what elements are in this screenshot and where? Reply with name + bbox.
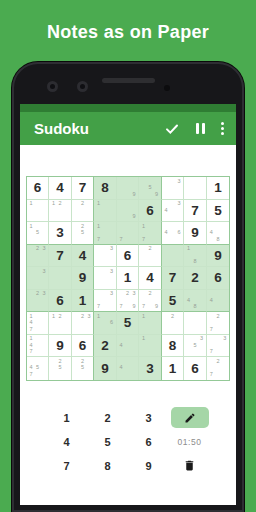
sudoku-cell-r9c7[interactable]: 1 — [162, 357, 185, 380]
cell-notes: 9 — [118, 201, 138, 221]
cell-notes: 48 — [185, 291, 205, 311]
cell-value: 5 — [169, 294, 177, 308]
note-9: 9 — [153, 191, 160, 198]
cell-notes: 12 — [50, 313, 70, 333]
app-title: Sudoku — [34, 120, 164, 137]
note-9 — [86, 326, 93, 333]
note-9 — [221, 349, 228, 356]
sudoku-board: 6478959311122196347515325177174694823743… — [26, 176, 231, 381]
sudoku-cell-r2c5[interactable]: 9 — [117, 200, 140, 223]
sudoku-cell-r6c7[interactable]: 5 — [162, 290, 185, 313]
note-9 — [41, 281, 48, 288]
sudoku-cell-r1c1[interactable]: 6 — [27, 177, 50, 200]
sudoku-cell-r9c2[interactable]: 25 — [49, 357, 72, 380]
note-9 — [131, 349, 138, 356]
sudoku-cell-r2c1[interactable]: 1 — [27, 200, 50, 223]
cell-value: 3 — [146, 362, 154, 376]
cell-value: 7 — [169, 271, 177, 285]
sudoku-cell-r2c8[interactable]: 7 — [184, 200, 207, 223]
cell-value: 6 — [79, 339, 87, 353]
cell-value: 6 — [34, 181, 42, 195]
note-3 — [63, 358, 70, 365]
sudoku-cell-r5c4[interactable]: 3 — [94, 267, 117, 290]
cell-value: 9 — [101, 362, 109, 376]
sudoku-cell-r1c2[interactable]: 4 — [49, 177, 72, 200]
cell-notes: 35 — [185, 336, 205, 356]
cell-notes: 17 — [140, 223, 160, 243]
phone-frame: Sudoku 647895931112219634751532517717469… — [12, 62, 244, 512]
cell-notes: 15 — [28, 223, 48, 243]
pencil-button[interactable] — [171, 407, 209, 428]
sudoku-cell-r6c8[interactable]: 48 — [184, 290, 207, 313]
trash-icon — [183, 459, 196, 472]
sudoku-cell-r4c9[interactable]: 9 — [207, 245, 230, 268]
note-9 — [86, 236, 93, 243]
sudoku-cell-r6c4[interactable]: 37 — [94, 290, 117, 313]
sudoku-cell-r9c5[interactable]: 4 — [117, 357, 140, 380]
timer: 01:50 — [178, 437, 202, 447]
note-9 — [108, 259, 115, 266]
pencil-icon — [184, 412, 196, 424]
sudoku-cell-r2c6[interactable]: 6 — [139, 200, 162, 223]
cell-notes: 48 — [208, 223, 229, 243]
cell-notes: 2 — [73, 201, 93, 221]
status-bar — [20, 104, 236, 112]
cell-notes: 1 — [140, 336, 160, 356]
sudoku-cell-r3c9[interactable]: 48 — [207, 222, 230, 245]
note-9 — [41, 236, 48, 243]
note-9 — [176, 214, 183, 221]
cell-value: 8 — [169, 339, 177, 353]
cell-notes: 279 — [140, 291, 160, 311]
sudoku-cell-r7c7[interactable]: 2 — [162, 312, 185, 335]
note-9 — [198, 304, 205, 311]
note-9 — [63, 372, 70, 379]
cell-notes: 18 — [185, 246, 205, 266]
sudoku-cell-r8c6[interactable]: 1 — [139, 335, 162, 358]
sudoku-cell-r4c8[interactable]: 18 — [184, 245, 207, 268]
note-9 — [198, 349, 205, 356]
note-9 — [41, 326, 48, 333]
cell-value: 8 — [101, 181, 109, 195]
sudoku-cell-r7c1[interactable]: 147 — [27, 312, 50, 335]
note-9 — [131, 372, 138, 379]
app-bar: Sudoku — [20, 112, 236, 145]
cell-value: 9 — [79, 271, 87, 285]
sudoku-cell-r8c5[interactable]: 4 — [117, 335, 140, 358]
front-camera2-icon — [77, 81, 88, 92]
page-title: Notes as on Paper — [0, 22, 256, 43]
note-9 — [176, 236, 183, 243]
note-8 — [215, 304, 222, 311]
numpad-digit-5[interactable]: 5 — [87, 430, 128, 454]
note-5 — [215, 365, 222, 372]
numpad-digit-1[interactable]: 1 — [46, 406, 87, 430]
sudoku-cell-r7c8[interactable] — [184, 312, 207, 335]
sudoku-cell-r2c4[interactable]: 1 — [94, 200, 117, 223]
note-9 — [176, 191, 183, 198]
note-6 — [41, 365, 48, 372]
cell-notes: 12 — [50, 201, 70, 221]
sudoku-cell-r2c3[interactable]: 2 — [72, 200, 95, 223]
sudoku-cell-r2c7[interactable]: 34 — [162, 200, 185, 223]
note-9 — [221, 372, 228, 379]
cell-notes: 25 — [73, 358, 93, 379]
note-6 — [131, 365, 138, 372]
sudoku-cell-r4c7[interactable] — [162, 245, 185, 268]
sudoku-cell-r6c6[interactable]: 279 — [139, 290, 162, 313]
earpiece-speaker — [102, 78, 155, 83]
cell-notes: 23 — [73, 313, 93, 333]
app-screen: Sudoku 647895931112219634751532517717469… — [20, 104, 236, 505]
cell-notes: 23 — [28, 291, 48, 311]
cell-value: 4 — [146, 271, 154, 285]
note-9 — [41, 372, 48, 379]
note-9 — [198, 259, 205, 266]
note-3 — [131, 358, 138, 365]
note-9 — [108, 304, 115, 311]
note-6 — [86, 365, 93, 372]
sudoku-cell-r3c1[interactable]: 15 — [27, 222, 50, 245]
cell-notes: 2379 — [118, 291, 138, 311]
note-9: 9 — [153, 304, 160, 311]
note-9 — [41, 304, 48, 311]
cell-value: 5 — [214, 204, 222, 218]
cell-notes: 1 — [28, 201, 48, 221]
sudoku-cell-r3c7[interactable]: 46 — [162, 222, 185, 245]
sudoku-cell-r4c5[interactable]: 6 — [117, 245, 140, 268]
cell-value: 6 — [124, 249, 132, 263]
cell-value: 6 — [146, 204, 154, 218]
cell-notes: 3 — [28, 268, 48, 288]
note-8 — [215, 372, 222, 379]
numpad-digit-3[interactable]: 3 — [128, 406, 169, 430]
cell-value: 2 — [191, 271, 199, 285]
check-icon[interactable] — [164, 121, 180, 137]
cell-value: 6 — [191, 362, 199, 376]
sudoku-cell-r5c5[interactable]: 1 — [117, 267, 140, 290]
sudoku-cell-r9c3[interactable]: 25 — [72, 357, 95, 380]
sudoku-cell-r5c2[interactable] — [49, 267, 72, 290]
overflow-menu-icon[interactable] — [221, 122, 224, 135]
sudoku-cell-r5c1[interactable]: 3 — [27, 267, 50, 290]
note-9 — [63, 214, 70, 221]
sudoku-cell-r6c1[interactable]: 23 — [27, 290, 50, 313]
note-9 — [131, 236, 138, 243]
sudoku-cell-r2c9[interactable]: 5 — [207, 200, 230, 223]
sudoku-cell-r1c8[interactable] — [184, 177, 207, 200]
sudoku-cell-r7c6[interactable]: 1 — [139, 312, 162, 335]
cell-notes: 4 — [208, 291, 229, 311]
note-9 — [221, 304, 228, 311]
sudoku-cell-r9c8[interactable]: 6 — [184, 357, 207, 380]
number-pad: 01:50 123456789 — [46, 406, 236, 478]
sudoku-cell-r6c2[interactable]: 6 — [49, 290, 72, 313]
sudoku-cell-r8c4[interactable]: 2 — [94, 335, 117, 358]
cell-value: 9 — [214, 249, 222, 263]
sudoku-cell-r8c1[interactable]: 147 — [27, 335, 50, 358]
note-8: 8 — [215, 236, 222, 243]
cell-notes: 37 — [95, 291, 115, 311]
note-7: 7 — [208, 372, 215, 379]
cell-notes: 147 — [28, 336, 48, 356]
cell-value: 2 — [101, 339, 109, 353]
sudoku-cell-r3c4[interactable]: 17 — [94, 222, 117, 245]
sudoku-cell-r3c6[interactable]: 17 — [139, 222, 162, 245]
note-9: 9 — [131, 214, 138, 221]
sudoku-cell-r8c3[interactable]: 6 — [72, 335, 95, 358]
cell-notes: 3 — [163, 178, 183, 198]
note-9 — [108, 236, 115, 243]
note-9 — [108, 326, 115, 333]
sudoku-cell-r6c3[interactable]: 1 — [72, 290, 95, 313]
cell-notes: 1 — [140, 313, 160, 333]
cell-notes: 4 — [118, 358, 138, 379]
sudoku-cell-r7c5[interactable]: 5 — [117, 312, 140, 335]
note-7: 7 — [208, 349, 215, 356]
note-9 — [221, 326, 228, 333]
sudoku-cell-r2c2[interactable]: 12 — [49, 200, 72, 223]
sudoku-cell-r5c6[interactable]: 4 — [139, 267, 162, 290]
trash-button[interactable] — [183, 459, 196, 472]
cell-notes: 25 — [50, 358, 70, 379]
sudoku-cell-r9c1[interactable]: 457 — [27, 357, 50, 380]
note-8 — [215, 326, 222, 333]
cell-notes: 25 — [73, 223, 93, 243]
sudoku-cell-r4c2[interactable]: 7 — [49, 245, 72, 268]
cell-notes: 23 — [28, 246, 48, 266]
sudoku-cell-r1c7[interactable]: 3 — [162, 177, 185, 200]
note-9 — [153, 349, 160, 356]
sudoku-cell-r7c9[interactable]: 27 — [207, 312, 230, 335]
sudoku-cell-r4c4[interactable]: 3 — [94, 245, 117, 268]
sudoku-cell-r7c2[interactable]: 12 — [49, 312, 72, 335]
cell-notes: 4 — [118, 336, 138, 356]
sudoku-cell-r5c3[interactable]: 9 — [72, 267, 95, 290]
note-9 — [153, 259, 160, 266]
sudoku-cell-r5c9[interactable]: 6 — [207, 267, 230, 290]
note-9: 9 — [131, 304, 138, 311]
note-9 — [63, 326, 70, 333]
cell-value: 4 — [79, 249, 87, 263]
note-9: 9 — [131, 191, 138, 198]
sudoku-cell-r4c3[interactable]: 4 — [72, 245, 95, 268]
note-9 — [108, 281, 115, 288]
cell-notes: 2 — [163, 313, 183, 333]
cell-value: 7 — [79, 181, 87, 195]
note-9 — [176, 326, 183, 333]
cell-notes: 3 — [95, 268, 115, 288]
front-camera-icon — [47, 81, 58, 92]
sudoku-cell-r5c7[interactable]: 7 — [162, 267, 185, 290]
note-9 — [86, 372, 93, 379]
note-9 — [41, 214, 48, 221]
numpad-digit-8[interactable]: 8 — [87, 454, 128, 478]
note-7: 7 — [208, 326, 215, 333]
cell-notes: 457 — [28, 358, 48, 379]
sudoku-cell-r9c4[interactable]: 9 — [94, 357, 117, 380]
note-6 — [221, 365, 228, 372]
cell-value: 4 — [56, 181, 64, 195]
cell-notes: 1 — [95, 201, 115, 221]
sudoku-cell-r9c9[interactable]: 27 — [207, 357, 230, 380]
cell-notes: 9 — [118, 178, 138, 198]
cell-value: 6 — [214, 271, 222, 285]
cell-value: 1 — [214, 181, 222, 195]
sudoku-cell-r8c8[interactable]: 35 — [184, 335, 207, 358]
numpad-digit-7[interactable]: 7 — [46, 454, 87, 478]
cell-value: 5 — [124, 316, 132, 330]
note-7 — [208, 304, 215, 311]
numpad-digit-2[interactable]: 2 — [87, 406, 128, 430]
sudoku-cell-r1c3[interactable]: 7 — [72, 177, 95, 200]
cell-notes: 17 — [95, 223, 115, 243]
sudoku-cell-r8c7[interactable]: 8 — [162, 335, 185, 358]
cell-notes: 59 — [140, 178, 160, 198]
note-9 — [153, 236, 160, 243]
cell-notes: 27 — [208, 358, 229, 379]
cell-value: 6 — [56, 294, 64, 308]
sudoku-cell-r8c9[interactable]: 37 — [207, 335, 230, 358]
note-9 — [86, 214, 93, 221]
note-9 — [221, 236, 228, 243]
sudoku-cell-r8c2[interactable]: 9 — [49, 335, 72, 358]
sudoku-cell-r5c8[interactable]: 2 — [184, 267, 207, 290]
cell-notes: 7 — [118, 223, 138, 243]
sudoku-cell-r4c1[interactable]: 23 — [27, 245, 50, 268]
cell-value: 9 — [56, 339, 64, 353]
note-9 — [41, 349, 48, 356]
sudoku-cell-r1c9[interactable]: 1 — [207, 177, 230, 200]
cell-notes: 27 — [208, 313, 229, 333]
note-3 — [41, 358, 48, 365]
numpad-digit-6[interactable]: 6 — [128, 430, 169, 454]
note-7 — [208, 236, 215, 243]
cell-notes: 34 — [163, 201, 183, 221]
numpad-digit-9[interactable]: 9 — [128, 454, 169, 478]
sudoku-cell-r3c2[interactable]: 3 — [49, 222, 72, 245]
sudoku-cell-r7c4[interactable]: 16 — [94, 312, 117, 335]
pause-icon[interactable] — [196, 123, 205, 134]
cell-value: 7 — [191, 204, 199, 218]
cell-notes: 16 — [95, 313, 115, 333]
cell-value: 7 — [56, 249, 64, 263]
cell-value: 1 — [169, 362, 177, 376]
cell-value: 1 — [124, 271, 132, 285]
sudoku-cell-r9c6[interactable]: 3 — [139, 357, 162, 380]
note-2: 2 — [215, 358, 222, 365]
sudoku-cell-r6c9[interactable]: 4 — [207, 290, 230, 313]
note-8 — [215, 349, 222, 356]
sudoku-cell-r4c6[interactable]: 2 — [139, 245, 162, 268]
note-6 — [63, 365, 70, 372]
cell-notes: 3 — [95, 246, 115, 266]
sudoku-cell-r1c6[interactable]: 59 — [139, 177, 162, 200]
cell-notes: 37 — [208, 336, 229, 356]
note-3 — [221, 358, 228, 365]
cell-value: 3 — [56, 226, 64, 240]
sudoku-cell-r1c4[interactable]: 8 — [94, 177, 117, 200]
proximity-sensor-icon — [164, 85, 170, 91]
sudoku-cell-r6c5[interactable]: 2379 — [117, 290, 140, 313]
note-9 — [41, 259, 48, 266]
cell-notes: 46 — [163, 223, 183, 243]
note-9 — [108, 214, 115, 221]
sudoku-cell-r3c5[interactable]: 7 — [117, 222, 140, 245]
cell-value: 1 — [79, 294, 87, 308]
numpad-digit-4[interactable]: 4 — [46, 430, 87, 454]
cell-notes: 147 — [28, 313, 48, 333]
note-9 — [153, 326, 160, 333]
sudoku-cell-r1c5[interactable]: 9 — [117, 177, 140, 200]
cell-value: 9 — [191, 226, 199, 240]
sudoku-cell-r3c3[interactable]: 25 — [72, 222, 95, 245]
note-1 — [208, 358, 215, 365]
sudoku-cell-r7c3[interactable]: 23 — [72, 312, 95, 335]
cell-notes: 2 — [140, 246, 160, 266]
sudoku-cell-r3c8[interactable]: 9 — [184, 222, 207, 245]
note-3 — [86, 358, 93, 365]
